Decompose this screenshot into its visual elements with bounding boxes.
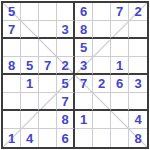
cell-r4c1[interactable]: 8 [3, 57, 21, 75]
cell-r7c1[interactable] [3, 111, 21, 129]
cell-r5c7[interactable]: 6 [111, 75, 129, 93]
cell-r3c5[interactable]: 5 [75, 39, 93, 57]
cell-r1c1[interactable]: 5 [3, 3, 21, 21]
sudoku-board: 5672738585723115726378141468 [1, 1, 149, 149]
cell-r5c5[interactable]: 7 [75, 75, 93, 93]
cell-r8c1[interactable]: 1 [3, 129, 21, 147]
cell-r5c6[interactable]: 2 [93, 75, 111, 93]
cell-r1c4[interactable] [57, 3, 75, 21]
cell-r3c7[interactable] [111, 39, 129, 57]
cell-r8c7[interactable] [111, 129, 129, 147]
cell-r3c8[interactable] [129, 39, 147, 57]
cell-r4c3[interactable]: 7 [39, 57, 57, 75]
cell-r8c2[interactable]: 4 [21, 129, 39, 147]
cell-r2c1[interactable]: 7 [3, 21, 21, 39]
cell-r6c2[interactable] [21, 93, 39, 111]
cell-r3c6[interactable] [93, 39, 111, 57]
cell-r4c2[interactable]: 5 [21, 57, 39, 75]
cell-r4c4[interactable]: 2 [57, 57, 75, 75]
cell-r7c6[interactable] [93, 111, 111, 129]
cell-r2c6[interactable] [93, 21, 111, 39]
sudoku-page: 5672738585723115726378141468 [0, 0, 150, 150]
cell-r7c5[interactable]: 1 [75, 111, 93, 129]
cell-r6c6[interactable] [93, 93, 111, 111]
cell-r5c4[interactable]: 5 [57, 75, 75, 93]
cell-r6c3[interactable] [39, 93, 57, 111]
cell-r2c8[interactable] [129, 21, 147, 39]
cell-r1c3[interactable] [39, 3, 57, 21]
cell-r5c1[interactable] [3, 75, 21, 93]
cell-r1c5[interactable]: 6 [75, 3, 93, 21]
cell-r7c7[interactable] [111, 111, 129, 129]
cell-r7c8[interactable]: 4 [129, 111, 147, 129]
cell-r6c1[interactable] [3, 93, 21, 111]
cell-r2c5[interactable]: 8 [75, 21, 93, 39]
cell-r2c3[interactable] [39, 21, 57, 39]
cell-r8c3[interactable] [39, 129, 57, 147]
cell-r6c5[interactable] [75, 93, 93, 111]
cell-r5c2[interactable]: 1 [21, 75, 39, 93]
cell-r3c4[interactable] [57, 39, 75, 57]
cell-r2c7[interactable] [111, 21, 129, 39]
cell-r2c2[interactable] [21, 21, 39, 39]
cell-r7c4[interactable]: 8 [57, 111, 75, 129]
cell-r1c8[interactable]: 2 [129, 3, 147, 21]
cell-r6c4[interactable]: 7 [57, 93, 75, 111]
cell-r8c6[interactable] [93, 129, 111, 147]
cell-r6c7[interactable] [111, 93, 129, 111]
cell-r8c4[interactable]: 6 [57, 129, 75, 147]
cell-r4c6[interactable] [93, 57, 111, 75]
cell-r5c3[interactable] [39, 75, 57, 93]
cell-r8c5[interactable] [75, 129, 93, 147]
cell-r7c2[interactable] [21, 111, 39, 129]
cell-r2c4[interactable]: 3 [57, 21, 75, 39]
cell-r1c6[interactable] [93, 3, 111, 21]
cell-r7c3[interactable] [39, 111, 57, 129]
cell-r6c8[interactable] [129, 93, 147, 111]
cell-r4c5[interactable]: 3 [75, 57, 93, 75]
cell-r3c2[interactable] [21, 39, 39, 57]
sudoku-grid: 5672738585723115726378141468 [3, 3, 147, 147]
cell-r4c8[interactable] [129, 57, 147, 75]
cell-r1c7[interactable]: 7 [111, 3, 129, 21]
cell-r3c3[interactable] [39, 39, 57, 57]
cell-r5c8[interactable]: 3 [129, 75, 147, 93]
cell-r8c8[interactable]: 8 [129, 129, 147, 147]
cell-r1c2[interactable] [21, 3, 39, 21]
cell-r3c1[interactable] [3, 39, 21, 57]
cell-r4c7[interactable]: 1 [111, 57, 129, 75]
